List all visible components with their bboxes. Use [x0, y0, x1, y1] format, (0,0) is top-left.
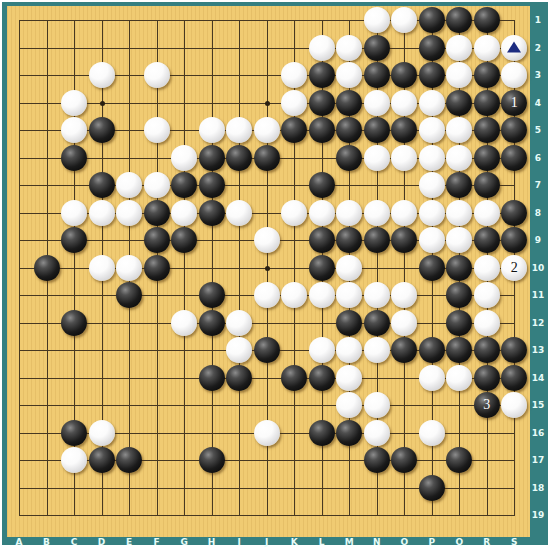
stone-black-R9[interactable]: [474, 227, 500, 253]
stone-black-Q7[interactable]: [446, 172, 472, 198]
col-label-G: G: [180, 537, 187, 547]
stone-white-L2[interactable]: [309, 35, 335, 61]
stone-black-N5[interactable]: [364, 117, 390, 143]
col-label-A: A: [16, 537, 23, 547]
stone-white-S10[interactable]: 2: [501, 255, 527, 281]
stone-black-N9[interactable]: [364, 227, 390, 253]
stone-black-M5[interactable]: [336, 117, 362, 143]
stone-white-R2[interactable]: [474, 35, 500, 61]
stone-white-K11[interactable]: [281, 282, 307, 308]
stone-black-R7[interactable]: [474, 172, 500, 198]
stone-white-G6[interactable]: [171, 145, 197, 171]
col-label-B: B: [43, 537, 50, 547]
stone-white-N6[interactable]: [364, 145, 390, 171]
stone-black-H11[interactable]: [199, 282, 225, 308]
stone-white-O4[interactable]: [391, 90, 417, 116]
row-label-13: 13: [532, 345, 545, 355]
stone-white-N8[interactable]: [364, 200, 390, 226]
stone-black-N2[interactable]: [364, 35, 390, 61]
row-label-2: 2: [535, 43, 541, 53]
stone-black-L16[interactable]: [309, 420, 335, 446]
stone-white-L8[interactable]: [309, 200, 335, 226]
stone-white-J5[interactable]: [254, 117, 280, 143]
stone-black-K5[interactable]: [281, 117, 307, 143]
stone-white-K3[interactable]: [281, 62, 307, 88]
col-label-N: N: [373, 537, 381, 547]
stone-white-N1[interactable]: [364, 7, 390, 33]
stone-white-E8[interactable]: [116, 200, 142, 226]
go-diagram-screenshot: 123ABCDEFGHIJKLMNOPQRS123456789101112131…: [0, 0, 550, 547]
stone-black-L4[interactable]: [309, 90, 335, 116]
col-label-M: M: [345, 537, 354, 547]
col-label-L: L: [319, 537, 325, 547]
row-label-8: 8: [535, 208, 541, 218]
stone-white-E7[interactable]: [116, 172, 142, 198]
stone-white-P4[interactable]: [419, 90, 445, 116]
col-label-H: H: [208, 537, 216, 547]
stone-white-O12[interactable]: [391, 310, 417, 336]
col-label-I: I: [237, 537, 240, 547]
stone-black-H8[interactable]: [199, 200, 225, 226]
stone-black-L9[interactable]: [309, 227, 335, 253]
stone-white-M2[interactable]: [336, 35, 362, 61]
row-label-16: 16: [532, 428, 545, 438]
row-label-10: 10: [532, 263, 545, 273]
stone-black-S4[interactable]: 1: [501, 90, 527, 116]
stone-black-S9[interactable]: [501, 227, 527, 253]
stone-white-P6[interactable]: [419, 145, 445, 171]
stone-white-Q6[interactable]: [446, 145, 472, 171]
col-label-C: C: [71, 537, 78, 547]
stone-white-Q5[interactable]: [446, 117, 472, 143]
row-label-11: 11: [532, 290, 545, 300]
stone-white-C8[interactable]: [61, 200, 87, 226]
stone-white-S2[interactable]: [501, 35, 527, 61]
stone-white-F5[interactable]: [144, 117, 170, 143]
stone-black-O5[interactable]: [391, 117, 417, 143]
stone-black-R1[interactable]: [474, 7, 500, 33]
stone-white-G8[interactable]: [171, 200, 197, 226]
stone-white-M11[interactable]: [336, 282, 362, 308]
col-label-Q: Q: [455, 537, 463, 547]
stone-black-M16[interactable]: [336, 420, 362, 446]
stone-black-L10[interactable]: [309, 255, 335, 281]
stone-white-P14[interactable]: [419, 365, 445, 391]
stone-white-C4[interactable]: [61, 90, 87, 116]
stone-black-D7[interactable]: [89, 172, 115, 198]
triangle-marker: [507, 41, 521, 52]
col-label-D: D: [98, 537, 105, 547]
grid-line-horizontal: [19, 405, 515, 406]
stone-white-I12[interactable]: [226, 310, 252, 336]
stone-white-N16[interactable]: [364, 420, 390, 446]
col-label-E: E: [126, 537, 132, 547]
stone-black-Q13[interactable]: [446, 337, 472, 363]
stone-black-I14[interactable]: [226, 365, 252, 391]
stone-white-R8[interactable]: [474, 200, 500, 226]
stone-white-N11[interactable]: [364, 282, 390, 308]
stone-black-S8[interactable]: [501, 200, 527, 226]
stone-white-I13[interactable]: [226, 337, 252, 363]
stone-white-F7[interactable]: [144, 172, 170, 198]
stone-black-R13[interactable]: [474, 337, 500, 363]
stone-black-P10[interactable]: [419, 255, 445, 281]
stone-white-F3[interactable]: [144, 62, 170, 88]
stone-black-G7[interactable]: [171, 172, 197, 198]
stone-white-R12[interactable]: [474, 310, 500, 336]
stone-white-K8[interactable]: [281, 200, 307, 226]
stone-white-J16[interactable]: [254, 420, 280, 446]
stone-black-P1[interactable]: [419, 7, 445, 33]
row-label-14: 14: [532, 373, 545, 383]
star-point: [100, 101, 105, 106]
stone-black-L5[interactable]: [309, 117, 335, 143]
row-label-19: 19: [532, 510, 545, 520]
stone-black-E17[interactable]: [116, 447, 142, 473]
stone-black-P2[interactable]: [419, 35, 445, 61]
stone-white-O11[interactable]: [391, 282, 417, 308]
stone-white-R10[interactable]: [474, 255, 500, 281]
stone-white-D10[interactable]: [89, 255, 115, 281]
star-point: [265, 266, 270, 271]
stone-black-K14[interactable]: [281, 365, 307, 391]
stone-black-B10[interactable]: [34, 255, 60, 281]
stone-white-J9[interactable]: [254, 227, 280, 253]
stone-white-S3[interactable]: [501, 62, 527, 88]
col-label-O: O: [400, 537, 408, 547]
row-label-1: 1: [535, 15, 541, 25]
stone-black-D17[interactable]: [89, 447, 115, 473]
stone-black-O13[interactable]: [391, 337, 417, 363]
stone-white-O1[interactable]: [391, 7, 417, 33]
stone-white-M3[interactable]: [336, 62, 362, 88]
row-label-7: 7: [535, 180, 541, 190]
grid-line-horizontal: [19, 323, 515, 324]
stone-black-F9[interactable]: [144, 227, 170, 253]
row-label-6: 6: [535, 153, 541, 163]
stone-black-L3[interactable]: [309, 62, 335, 88]
stone-white-Q9[interactable]: [446, 227, 472, 253]
row-label-15: 15: [532, 400, 545, 410]
col-label-R: R: [483, 537, 490, 547]
stone-black-J13[interactable]: [254, 337, 280, 363]
stone-white-R11[interactable]: [474, 282, 500, 308]
stone-white-O6[interactable]: [391, 145, 417, 171]
stone-black-J6[interactable]: [254, 145, 280, 171]
stone-white-M13[interactable]: [336, 337, 362, 363]
stone-black-S14[interactable]: [501, 365, 527, 391]
stone-white-Q14[interactable]: [446, 365, 472, 391]
stone-black-P18[interactable]: [419, 475, 445, 501]
stone-black-S5[interactable]: [501, 117, 527, 143]
stone-white-L13[interactable]: [309, 337, 335, 363]
stone-white-G12[interactable]: [171, 310, 197, 336]
stone-white-I8[interactable]: [226, 200, 252, 226]
stone-black-N17[interactable]: [364, 447, 390, 473]
stone-black-Q10[interactable]: [446, 255, 472, 281]
stone-black-R4[interactable]: [474, 90, 500, 116]
stone-white-N15[interactable]: [364, 392, 390, 418]
stone-black-Q4[interactable]: [446, 90, 472, 116]
stone-number: 2: [511, 261, 518, 275]
stone-black-S6[interactable]: [501, 145, 527, 171]
row-label-9: 9: [535, 235, 541, 245]
stone-black-S13[interactable]: [501, 337, 527, 363]
stone-white-D8[interactable]: [89, 200, 115, 226]
stone-black-C16[interactable]: [61, 420, 87, 446]
stone-black-H14[interactable]: [199, 365, 225, 391]
stone-white-Q2[interactable]: [446, 35, 472, 61]
stone-black-H17[interactable]: [199, 447, 225, 473]
row-label-18: 18: [532, 483, 545, 493]
stone-black-C12[interactable]: [61, 310, 87, 336]
stone-black-P3[interactable]: [419, 62, 445, 88]
row-label-5: 5: [535, 125, 541, 135]
row-label-4: 4: [535, 98, 541, 108]
stone-black-F8[interactable]: [144, 200, 170, 226]
stone-black-M6[interactable]: [336, 145, 362, 171]
stone-black-M4[interactable]: [336, 90, 362, 116]
stone-black-O3[interactable]: [391, 62, 417, 88]
stone-black-D5[interactable]: [89, 117, 115, 143]
stone-black-Q11[interactable]: [446, 282, 472, 308]
stone-black-M12[interactable]: [336, 310, 362, 336]
stone-black-C6[interactable]: [61, 145, 87, 171]
grid-line-horizontal: [19, 515, 515, 516]
goban[interactable]: 123ABCDEFGHIJKLMNOPQRS123456789101112131…: [0, 0, 550, 547]
stone-black-M9[interactable]: [336, 227, 362, 253]
stone-white-P8[interactable]: [419, 200, 445, 226]
stone-white-C17[interactable]: [61, 447, 87, 473]
stone-white-P7[interactable]: [419, 172, 445, 198]
stone-white-I5[interactable]: [226, 117, 252, 143]
stone-black-R15[interactable]: 3: [474, 392, 500, 418]
stone-black-C9[interactable]: [61, 227, 87, 253]
row-label-12: 12: [532, 318, 545, 328]
stone-white-M8[interactable]: [336, 200, 362, 226]
stone-white-H5[interactable]: [199, 117, 225, 143]
stone-black-N3[interactable]: [364, 62, 390, 88]
stone-black-F10[interactable]: [144, 255, 170, 281]
row-label-17: 17: [532, 455, 545, 465]
row-label-3: 3: [535, 70, 541, 80]
stone-white-N13[interactable]: [364, 337, 390, 363]
stone-black-R6[interactable]: [474, 145, 500, 171]
stone-white-E10[interactable]: [116, 255, 142, 281]
stone-black-L14[interactable]: [309, 365, 335, 391]
stone-white-C5[interactable]: [61, 117, 87, 143]
stone-number: 3: [483, 398, 490, 412]
stone-black-L7[interactable]: [309, 172, 335, 198]
stone-white-K4[interactable]: [281, 90, 307, 116]
stone-white-M15[interactable]: [336, 392, 362, 418]
stone-white-M10[interactable]: [336, 255, 362, 281]
stone-white-Q3[interactable]: [446, 62, 472, 88]
stone-white-P16[interactable]: [419, 420, 445, 446]
col-label-S: S: [511, 537, 517, 547]
stone-black-R5[interactable]: [474, 117, 500, 143]
stone-white-P5[interactable]: [419, 117, 445, 143]
star-point: [265, 101, 270, 106]
stone-black-N12[interactable]: [364, 310, 390, 336]
stone-black-H6[interactable]: [199, 145, 225, 171]
stone-black-G9[interactable]: [171, 227, 197, 253]
col-label-K: K: [291, 537, 298, 547]
col-label-F: F: [154, 537, 160, 547]
stone-white-S15[interactable]: [501, 392, 527, 418]
stone-black-I6[interactable]: [226, 145, 252, 171]
col-label-P: P: [428, 537, 435, 547]
stone-black-Q17[interactable]: [446, 447, 472, 473]
stone-black-Q12[interactable]: [446, 310, 472, 336]
stone-black-P13[interactable]: [419, 337, 445, 363]
stone-white-L11[interactable]: [309, 282, 335, 308]
stone-black-O17[interactable]: [391, 447, 417, 473]
stone-white-D3[interactable]: [89, 62, 115, 88]
col-label-J: J: [265, 537, 268, 547]
stone-black-R14[interactable]: [474, 365, 500, 391]
stone-black-E11[interactable]: [116, 282, 142, 308]
stone-white-O8[interactable]: [391, 200, 417, 226]
stone-black-O9[interactable]: [391, 227, 417, 253]
stone-black-H12[interactable]: [199, 310, 225, 336]
stone-white-D16[interactable]: [89, 420, 115, 446]
stone-white-P9[interactable]: [419, 227, 445, 253]
stone-white-N4[interactable]: [364, 90, 390, 116]
stone-number: 1: [511, 96, 518, 110]
stone-white-M14[interactable]: [336, 365, 362, 391]
stone-white-J11[interactable]: [254, 282, 280, 308]
stone-black-H7[interactable]: [199, 172, 225, 198]
stone-white-Q8[interactable]: [446, 200, 472, 226]
stone-black-Q1[interactable]: [446, 7, 472, 33]
stone-black-R3[interactable]: [474, 62, 500, 88]
